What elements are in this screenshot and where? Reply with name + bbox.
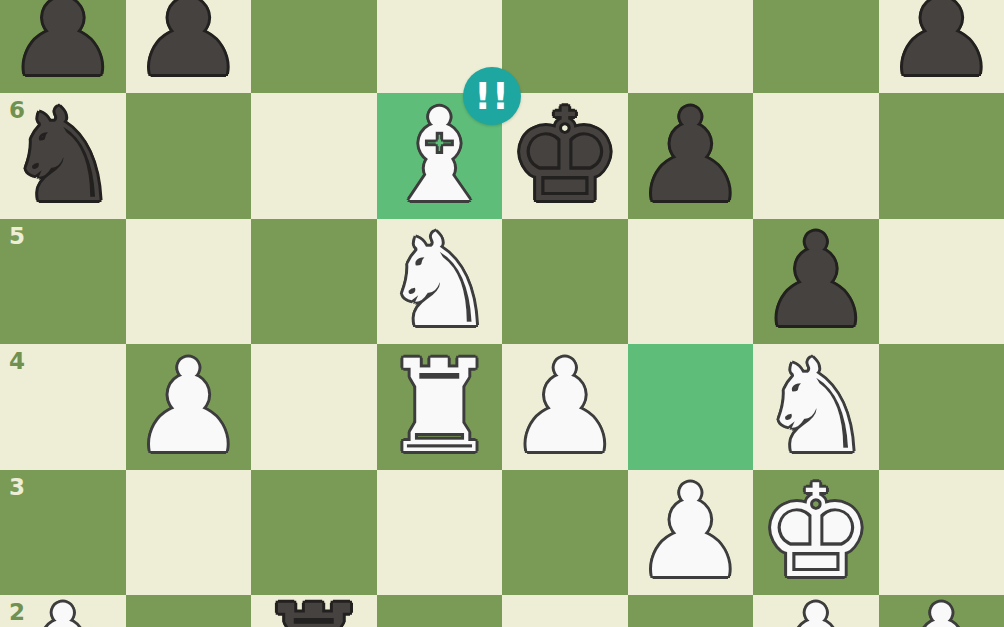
rank-label-4: 4 bbox=[9, 348, 25, 374]
square-a4[interactable]: 4 bbox=[0, 344, 126, 470]
rank-label-3: 3 bbox=[9, 474, 25, 500]
square-g6[interactable] bbox=[753, 93, 879, 219]
square-f4[interactable] bbox=[628, 344, 754, 470]
black-pawn[interactable]: ♟ bbox=[879, 0, 1004, 93]
brilliant-move-badge: !! bbox=[463, 67, 521, 125]
square-f3[interactable]: ♟ bbox=[628, 470, 754, 596]
black-pawn[interactable]: ♟ bbox=[126, 0, 252, 93]
square-d3[interactable] bbox=[377, 470, 503, 596]
square-b6[interactable] bbox=[126, 93, 252, 219]
chess-board-viewport: ♟♟♟6♞♝♚♟5♞♟4♟♜♟♞3♟♚2♟♜♟♟ !! bbox=[0, 0, 1004, 627]
white-knight[interactable]: ♞ bbox=[753, 344, 879, 470]
black-pawn[interactable]: ♟ bbox=[628, 93, 754, 219]
black-pawn[interactable]: ♟ bbox=[0, 0, 126, 93]
white-pawn[interactable]: ♟ bbox=[126, 344, 252, 470]
square-h4[interactable] bbox=[879, 344, 1004, 470]
square-g7[interactable] bbox=[753, 0, 879, 93]
square-d2[interactable] bbox=[377, 595, 503, 627]
square-c4[interactable] bbox=[251, 344, 377, 470]
black-rook[interactable]: ♜ bbox=[251, 589, 377, 627]
white-pawn[interactable]: ♟ bbox=[502, 344, 628, 470]
white-pawn[interactable]: ♟ bbox=[753, 589, 879, 627]
square-a5[interactable]: 5 bbox=[0, 219, 126, 345]
square-b7[interactable]: ♟ bbox=[126, 0, 252, 93]
square-a7[interactable]: ♟ bbox=[0, 0, 126, 93]
square-f7[interactable] bbox=[628, 0, 754, 93]
rank-label-2: 2 bbox=[9, 599, 25, 625]
black-king[interactable]: ♚ bbox=[502, 93, 628, 219]
square-g5[interactable]: ♟ bbox=[753, 219, 879, 345]
white-rook[interactable]: ♜ bbox=[377, 344, 503, 470]
rank-label-6: 6 bbox=[9, 97, 25, 123]
square-f5[interactable] bbox=[628, 219, 754, 345]
square-a2[interactable]: 2♟ bbox=[0, 595, 126, 627]
square-g4[interactable]: ♞ bbox=[753, 344, 879, 470]
white-pawn[interactable]: ♟ bbox=[879, 589, 1004, 627]
square-d5[interactable]: ♞ bbox=[377, 219, 503, 345]
square-c6[interactable] bbox=[251, 93, 377, 219]
square-h6[interactable] bbox=[879, 93, 1004, 219]
square-e5[interactable] bbox=[502, 219, 628, 345]
square-h5[interactable] bbox=[879, 219, 1004, 345]
square-h7[interactable]: ♟ bbox=[879, 0, 1004, 93]
square-e7[interactable] bbox=[502, 0, 628, 93]
square-b3[interactable] bbox=[126, 470, 252, 596]
white-pawn[interactable]: ♟ bbox=[628, 470, 754, 596]
square-e6[interactable]: ♚ bbox=[502, 93, 628, 219]
square-b4[interactable]: ♟ bbox=[126, 344, 252, 470]
square-a6[interactable]: 6♞ bbox=[0, 93, 126, 219]
square-e2[interactable] bbox=[502, 595, 628, 627]
square-g2[interactable]: ♟ bbox=[753, 595, 879, 627]
white-knight[interactable]: ♞ bbox=[377, 219, 503, 345]
square-e3[interactable] bbox=[502, 470, 628, 596]
square-b5[interactable] bbox=[126, 219, 252, 345]
square-f6[interactable]: ♟ bbox=[628, 93, 754, 219]
square-e4[interactable]: ♟ bbox=[502, 344, 628, 470]
square-c7[interactable] bbox=[251, 0, 377, 93]
square-h2[interactable]: ♟ bbox=[879, 595, 1004, 627]
square-c5[interactable] bbox=[251, 219, 377, 345]
black-pawn[interactable]: ♟ bbox=[753, 219, 879, 345]
square-b2[interactable] bbox=[126, 595, 252, 627]
square-d4[interactable]: ♜ bbox=[377, 344, 503, 470]
rank-label-5: 5 bbox=[9, 223, 25, 249]
square-c2[interactable]: ♜ bbox=[251, 595, 377, 627]
